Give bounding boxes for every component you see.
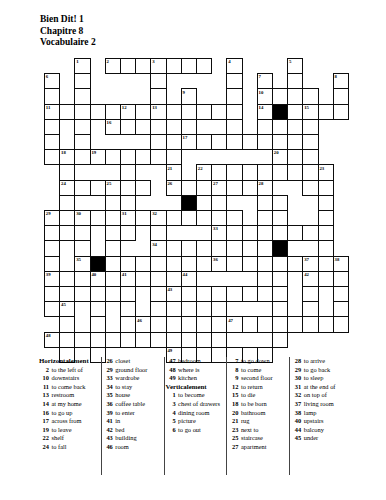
grid-cell[interactable] — [120, 149, 136, 165]
grid-cell[interactable] — [196, 316, 212, 332]
clue-item: 10downstairs — [39, 374, 99, 383]
grid-cell[interactable] — [272, 316, 288, 332]
clue-number-label: 6 — [46, 74, 48, 79]
grid-cell[interactable] — [166, 104, 182, 120]
grid-cell[interactable] — [226, 88, 242, 104]
grid-cell[interactable] — [302, 164, 318, 180]
clue-item-text: to return — [241, 383, 287, 392]
grid-cell[interactable] — [135, 210, 151, 226]
grid-cell[interactable] — [105, 210, 121, 226]
clue-item-number: 17 — [39, 417, 52, 426]
grid-cell[interactable] — [333, 316, 349, 332]
grid-cell[interactable] — [166, 240, 182, 256]
grid-cell[interactable] — [135, 119, 151, 135]
grid-cell[interactable] — [150, 88, 166, 104]
grid-cell[interactable] — [333, 286, 349, 302]
grid-cell[interactable] — [257, 286, 273, 302]
clue-number-label: 32 — [152, 211, 157, 216]
grid-cell[interactable] — [44, 225, 60, 241]
grid-cell[interactable] — [181, 58, 197, 74]
grid-cell[interactable] — [59, 164, 75, 180]
grid-cell[interactable] — [120, 58, 136, 74]
grid-cell[interactable]: 15 — [302, 104, 318, 120]
grid-cell[interactable] — [257, 225, 273, 241]
clue-item: 6to go out — [166, 426, 225, 435]
clue-item: 24to fall — [39, 443, 99, 452]
clue-number-label: 17 — [183, 135, 188, 140]
grid-cell[interactable] — [196, 104, 212, 120]
grid-cell[interactable] — [120, 164, 136, 180]
clue-item-text: chest of drawers — [178, 400, 224, 409]
grid-cell[interactable] — [242, 256, 258, 272]
grid-cell[interactable]: 46 — [135, 316, 151, 332]
grid-cell[interactable] — [120, 286, 136, 302]
grid-cell[interactable] — [226, 240, 242, 256]
grid-cell[interactable] — [120, 225, 136, 241]
grid-cell[interactable] — [257, 256, 273, 272]
grid-cell[interactable]: 45 — [59, 301, 75, 317]
grid-cell[interactable] — [302, 119, 318, 135]
grid-cell[interactable]: 48 — [44, 332, 60, 348]
grid-cell[interactable] — [242, 180, 258, 196]
grid-cell[interactable] — [166, 316, 182, 332]
clue-item-text: ground floor — [115, 366, 161, 375]
grid-cell[interactable] — [287, 316, 303, 332]
clue-item-number: 4 — [166, 409, 179, 418]
grid-cell[interactable] — [211, 195, 227, 211]
grid-cell[interactable] — [242, 225, 258, 241]
grid-cell[interactable]: 33 — [211, 225, 227, 241]
grid-cell[interactable]: 25 — [105, 180, 121, 196]
clue-item-text: restroom — [52, 391, 99, 400]
grid-cell[interactable] — [196, 256, 212, 272]
grid-cell[interactable] — [166, 271, 182, 287]
clue-item-number: 22 — [39, 434, 52, 443]
grid-cell[interactable] — [272, 271, 288, 287]
grid-cell[interactable] — [120, 180, 136, 196]
grid-cell[interactable] — [150, 73, 166, 89]
grid-cell[interactable] — [302, 316, 318, 332]
grid-cell[interactable] — [90, 210, 106, 226]
grid-cell[interactable] — [272, 210, 288, 226]
grid-cell[interactable] — [105, 286, 121, 302]
grid-cell[interactable] — [150, 149, 166, 165]
grid-cell[interactable] — [211, 104, 227, 120]
grid-cell[interactable] — [59, 225, 75, 241]
grid-cell[interactable] — [150, 119, 166, 135]
grid-cell[interactable] — [302, 180, 318, 196]
grid-cell[interactable] — [257, 134, 273, 150]
grid-cell[interactable]: 11 — [44, 104, 60, 120]
clue-number-label: 5 — [289, 59, 291, 64]
clue-item: 27apartment — [228, 443, 287, 452]
clue-item-number: 6 — [166, 426, 179, 435]
grid-cell[interactable]: 32 — [150, 210, 166, 226]
grid-cell[interactable]: 30 — [74, 210, 90, 226]
grid-cell[interactable] — [181, 119, 197, 135]
grid-cell[interactable] — [242, 164, 258, 180]
grid-cell[interactable] — [287, 256, 303, 272]
grid-cell[interactable] — [211, 286, 227, 302]
grid-cell[interactable] — [74, 88, 90, 104]
grid-cell[interactable]: 4 — [226, 58, 242, 74]
clue-item-text: apartment — [241, 443, 287, 452]
grid-cell[interactable]: 13 — [150, 104, 166, 120]
grid-cell[interactable] — [257, 271, 273, 287]
clue-item-number: 11 — [39, 383, 52, 392]
grid-cell[interactable]: 12 — [120, 104, 136, 120]
grid-cell[interactable]: 29 — [44, 210, 60, 226]
grid-cell[interactable] — [181, 316, 197, 332]
grid-cell[interactable] — [135, 332, 151, 348]
grid-cell[interactable] — [135, 104, 151, 120]
grid-cell[interactable]: 35 — [74, 256, 90, 272]
clue-item-number: 1 — [166, 391, 179, 400]
grid-cell[interactable] — [287, 164, 303, 180]
grid-cell[interactable] — [318, 316, 334, 332]
grid-cell[interactable]: 41 — [120, 271, 136, 287]
grid-cell[interactable] — [272, 301, 288, 317]
clue-item-text: at my home — [52, 400, 99, 409]
grid-cell[interactable] — [74, 73, 90, 89]
clue-item: 31at the end of — [291, 383, 350, 392]
clue-item: 47bedroom — [166, 357, 225, 366]
grid-cell[interactable] — [318, 271, 334, 287]
grid-cell[interactable] — [226, 210, 242, 226]
grid-cell[interactable] — [211, 332, 227, 348]
grid-cell[interactable] — [90, 316, 106, 332]
grid-cell[interactable] — [74, 180, 90, 196]
grid-cell[interactable] — [44, 119, 60, 135]
grid-cell[interactable] — [272, 164, 288, 180]
grid-cell[interactable] — [135, 180, 151, 196]
grid-cell[interactable] — [44, 149, 60, 165]
clue-item-text: at the end of — [304, 383, 350, 392]
clue-item-text: across from — [52, 417, 99, 426]
grid-cell[interactable] — [150, 134, 166, 150]
grid-cell[interactable] — [150, 316, 166, 332]
clue-item-number: 38 — [291, 409, 304, 418]
grid-cell[interactable] — [105, 104, 121, 120]
grid-cell[interactable] — [211, 134, 227, 150]
grid-cell[interactable] — [105, 149, 121, 165]
grid-cell[interactable] — [211, 240, 227, 256]
grid-cell[interactable] — [211, 210, 227, 226]
grid-cell[interactable] — [59, 210, 75, 226]
grid-cell[interactable] — [74, 286, 90, 302]
grid-cell[interactable]: 42 — [302, 271, 318, 287]
grid-cell[interactable]: 14 — [257, 104, 273, 120]
grid-cell[interactable] — [211, 301, 227, 317]
grid-cell[interactable] — [257, 195, 273, 211]
grid-cell[interactable] — [302, 134, 318, 150]
grid-cell[interactable] — [181, 240, 197, 256]
grid-cell[interactable] — [120, 119, 136, 135]
clue-item: 25staircase — [228, 434, 287, 443]
grid-cell[interactable] — [90, 180, 106, 196]
grid-cell[interactable] — [166, 119, 182, 135]
grid-cell[interactable] — [135, 149, 151, 165]
grid-cell[interactable] — [105, 332, 121, 348]
grid-cell[interactable]: 36 — [211, 256, 227, 272]
grid-cell[interactable] — [272, 256, 288, 272]
grid-cell[interactable] — [166, 256, 182, 272]
grid-cell[interactable] — [150, 225, 166, 241]
grid-cell[interactable] — [226, 119, 242, 135]
grid-cell[interactable] — [181, 210, 197, 226]
grid-cell[interactable] — [74, 149, 90, 165]
grid-cell[interactable] — [181, 256, 197, 272]
grid-cell[interactable] — [272, 88, 288, 104]
grid-cell[interactable]: 9 — [181, 88, 197, 104]
grid-cell[interactable]: 38 — [333, 256, 349, 272]
clue-item: 23next to — [228, 426, 287, 435]
grid-cell[interactable] — [196, 58, 212, 74]
clue-number-label: 27 — [213, 181, 218, 186]
clue-item: 5picture — [166, 417, 225, 426]
clue-item-text: to arrive — [304, 357, 350, 366]
grid-cell[interactable] — [74, 240, 90, 256]
grid-cell[interactable] — [74, 225, 90, 241]
grid-cell[interactable]: 28 — [257, 180, 273, 196]
grid-cell[interactable] — [196, 240, 212, 256]
grid-cell[interactable] — [226, 73, 242, 89]
grid-cell[interactable] — [120, 332, 136, 348]
grid-cell[interactable] — [211, 164, 227, 180]
grid-cell[interactable] — [302, 301, 318, 317]
grid-cell[interactable] — [74, 119, 90, 135]
clue-item: 12to return — [228, 383, 287, 392]
grid-cell[interactable]: 10 — [257, 88, 273, 104]
grid-cell[interactable] — [135, 271, 151, 287]
grid-cell[interactable] — [120, 301, 136, 317]
grid-cell[interactable]: 19 — [90, 149, 106, 165]
grid-cell[interactable] — [226, 256, 242, 272]
grid-cell[interactable] — [196, 286, 212, 302]
grid-cell[interactable] — [287, 225, 303, 241]
grid-cell[interactable] — [226, 164, 242, 180]
grid-cell[interactable] — [166, 58, 182, 74]
grid-cell[interactable] — [196, 180, 212, 196]
grid-cell[interactable]: 39 — [44, 271, 60, 287]
grid-cell[interactable] — [74, 134, 90, 150]
grid-cell[interactable] — [74, 104, 90, 120]
grid-cell[interactable] — [211, 316, 227, 332]
grid-cell[interactable] — [287, 104, 303, 120]
grid-cell[interactable] — [318, 210, 334, 226]
grid-cell[interactable] — [242, 316, 258, 332]
grid-cell[interactable] — [59, 195, 75, 211]
grid-cell[interactable] — [287, 88, 303, 104]
grid-cell[interactable]: 37 — [302, 256, 318, 272]
clue-number-label: 22 — [198, 166, 203, 171]
grid-cell[interactable] — [44, 88, 60, 104]
grid-cell[interactable] — [59, 104, 75, 120]
clue-item: 32on top of — [291, 391, 350, 400]
grid-cell[interactable] — [181, 332, 197, 348]
grid-cell[interactable]: 20 — [272, 149, 288, 165]
grid-cell[interactable] — [226, 134, 242, 150]
grid-cell[interactable] — [242, 134, 258, 150]
grid-cell[interactable] — [333, 104, 349, 120]
grid-cell[interactable] — [287, 73, 303, 89]
grid-cell[interactable]: 18 — [59, 149, 75, 165]
grid-cell[interactable] — [181, 180, 197, 196]
grid-cell[interactable] — [59, 271, 75, 287]
clue-item-text: kitchen — [178, 374, 224, 383]
grid-cell[interactable]: 8 — [333, 73, 349, 89]
grid-cell[interactable] — [196, 210, 212, 226]
grid-cell[interactable] — [272, 225, 288, 241]
grid-cell[interactable]: 21 — [166, 164, 182, 180]
grid-cell[interactable] — [74, 332, 90, 348]
grid-cell[interactable] — [333, 88, 349, 104]
grid-cell[interactable]: 17 — [181, 134, 197, 150]
grid-cell[interactable] — [302, 149, 318, 165]
grid-cell[interactable] — [59, 332, 75, 348]
clue-item-text: second floor — [241, 374, 287, 383]
grid-cell[interactable] — [226, 225, 242, 241]
grid-cell[interactable]: 5 — [287, 58, 303, 74]
clue-item: 17across from — [39, 417, 99, 426]
grid-cell[interactable] — [318, 225, 334, 241]
clue-item: 11to come back — [39, 383, 99, 392]
grid-cell[interactable] — [302, 88, 318, 104]
grid-cell[interactable] — [166, 210, 182, 226]
grid-cell[interactable] — [257, 210, 273, 226]
grid-cell[interactable] — [318, 240, 334, 256]
grid-cell[interactable]: 44 — [181, 271, 197, 287]
grid-cell[interactable] — [135, 256, 151, 272]
grid-cell[interactable] — [272, 134, 288, 150]
grid-cell[interactable] — [105, 225, 121, 241]
grid-cell[interactable] — [257, 316, 273, 332]
grid-cell[interactable] — [44, 240, 60, 256]
clue-item-text: rug — [241, 417, 287, 426]
clue-item: 39to enter — [103, 409, 162, 418]
grid-cell[interactable] — [105, 256, 121, 272]
grid-cell[interactable] — [318, 180, 334, 196]
grid-cell[interactable] — [226, 104, 242, 120]
clue-item: 1to become — [166, 391, 225, 400]
grid-cell[interactable] — [287, 134, 303, 150]
grid-cell[interactable]: 6 — [44, 73, 60, 89]
grid-cell[interactable] — [226, 286, 242, 302]
clue-item-text: to the left of — [52, 366, 99, 375]
clue-item-text: closet — [115, 357, 161, 366]
grid-cell[interactable] — [105, 195, 121, 211]
grid-cell[interactable] — [181, 286, 197, 302]
clue-number-label: 41 — [122, 272, 127, 277]
grid-cell[interactable] — [120, 195, 136, 211]
clue-item-number: 36 — [103, 400, 116, 409]
grid-cell[interactable]: 3 — [150, 58, 166, 74]
grid-cell[interactable]: 16 — [105, 119, 121, 135]
grid-cell[interactable]: 23 — [318, 164, 334, 180]
grid-cell[interactable] — [257, 164, 273, 180]
grid-cell[interactable]: 43 — [166, 286, 182, 302]
grid-cell[interactable]: 26 — [166, 180, 182, 196]
grid-cell[interactable] — [181, 301, 197, 317]
clue-item-number: 44 — [291, 426, 304, 435]
grid-cell[interactable] — [90, 104, 106, 120]
grid-cell[interactable]: 7 — [257, 73, 273, 89]
clue-item-number: 19 — [39, 426, 52, 435]
grid-cell[interactable] — [302, 225, 318, 241]
grid-cell[interactable] — [150, 271, 166, 287]
grid-cell[interactable] — [74, 271, 90, 287]
grid-cell[interactable] — [90, 301, 106, 317]
grid-cell[interactable] — [272, 286, 288, 302]
grid-cell[interactable] — [242, 286, 258, 302]
grid-cell[interactable] — [318, 195, 334, 211]
grid-cell[interactable] — [135, 58, 151, 74]
grid-cell[interactable]: 34 — [150, 240, 166, 256]
clue-item: 29to go back — [291, 366, 350, 375]
grid-cell[interactable] — [44, 134, 60, 150]
clue-number-label: 12 — [122, 105, 127, 110]
grid-cell[interactable] — [120, 256, 136, 272]
grid-cell[interactable] — [120, 316, 136, 332]
grid-cell[interactable]: 2 — [105, 58, 121, 74]
clue-item: 19to leave — [39, 426, 99, 435]
clue-item-text: to become — [178, 391, 224, 400]
grid-cell[interactable] — [150, 286, 166, 302]
grid-cell[interactable] — [333, 301, 349, 317]
clue-item-text: to die — [241, 391, 287, 400]
grid-cell[interactable] — [272, 332, 288, 348]
grid-cell[interactable] — [44, 286, 60, 302]
grid-cell[interactable] — [318, 104, 334, 120]
grid-cell[interactable] — [166, 149, 182, 165]
grid-cell[interactable] — [196, 134, 212, 150]
clue-item-number: 28 — [291, 357, 304, 366]
grid-cell[interactable] — [257, 240, 273, 256]
grid-cell[interactable] — [150, 301, 166, 317]
grid-cell[interactable] — [302, 286, 318, 302]
grid-cell[interactable] — [44, 256, 60, 272]
clue-number-label: 40 — [91, 272, 96, 277]
grid-cell[interactable] — [150, 332, 166, 348]
grid-cell[interactable]: 31 — [120, 210, 136, 226]
grid-cell[interactable]: 27 — [211, 180, 227, 196]
clue-number-label: 28 — [259, 181, 264, 186]
grid-cell[interactable] — [181, 104, 197, 120]
grid-cell[interactable] — [257, 119, 273, 135]
clue-number-label: 2 — [107, 59, 109, 64]
grid-cell[interactable] — [105, 271, 121, 287]
clue-number-label: 19 — [91, 150, 96, 155]
grid-cell[interactable] — [318, 256, 334, 272]
grid-cell[interactable] — [105, 240, 121, 256]
grid-cell[interactable] — [44, 301, 60, 317]
clue-item-number: 25 — [228, 434, 241, 443]
clue-column-3: 47bedroom48where is49kitchenVerticalemen… — [164, 357, 227, 475]
clue-item-number: 29 — [103, 366, 116, 375]
grid-cell[interactable] — [90, 332, 106, 348]
grid-cell[interactable] — [226, 180, 242, 196]
grid-cell[interactable]: 1 — [74, 58, 90, 74]
grid-cell[interactable] — [272, 195, 288, 211]
grid-cell[interactable] — [59, 316, 75, 332]
grid-cell[interactable]: 40 — [90, 271, 106, 287]
grid-cell[interactable] — [150, 256, 166, 272]
grid-cell[interactable] — [333, 271, 349, 287]
grid-cell[interactable]: 22 — [196, 164, 212, 180]
grid-cell[interactable]: 24 — [59, 180, 75, 196]
grid-cell[interactable]: 47 — [226, 316, 242, 332]
grid-cell[interactable] — [287, 119, 303, 135]
